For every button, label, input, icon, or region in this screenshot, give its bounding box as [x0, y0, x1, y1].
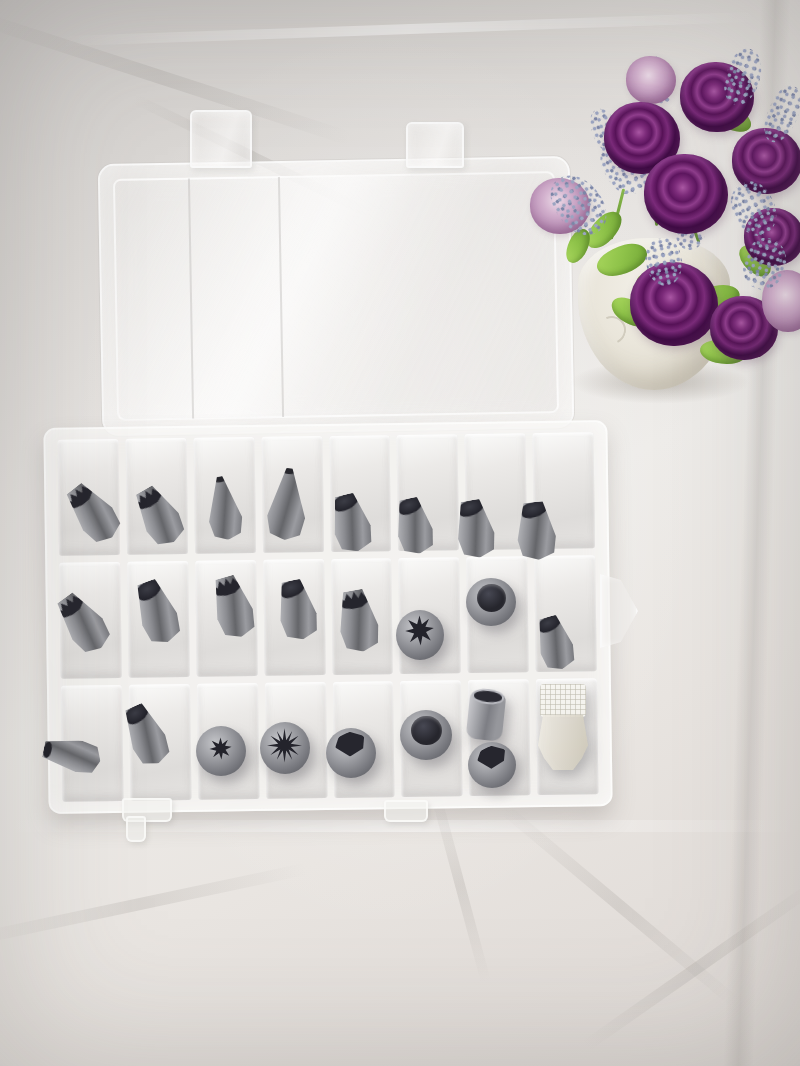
coupler-ribbed-top — [540, 684, 586, 717]
hinge-tab — [126, 816, 146, 842]
tip-opening — [267, 728, 302, 762]
tip-opening — [477, 584, 506, 612]
piping-tip — [466, 690, 507, 742]
piping-tip — [326, 728, 376, 778]
fabric-crease — [0, 9, 352, 146]
photo-canvas — [0, 0, 800, 1066]
piping-tip — [400, 710, 452, 760]
hinge-tab — [384, 800, 428, 822]
lid-clasp-tab — [190, 110, 252, 168]
piping-tip — [260, 722, 310, 774]
tip-opening — [411, 716, 441, 745]
tip-opening — [332, 728, 369, 761]
plastic-coupler — [538, 684, 588, 770]
box-latch — [600, 574, 638, 648]
fabric-crease — [582, 881, 800, 1051]
piping-tip — [466, 578, 516, 626]
tip-opening — [474, 742, 509, 772]
piping-tip — [468, 742, 516, 788]
lid-inner-panel — [113, 171, 559, 421]
piping-tip — [196, 726, 246, 776]
tip-opening — [209, 737, 232, 760]
piping-tip — [396, 610, 444, 660]
tip-opening — [405, 615, 435, 646]
lid-clasp-tab — [406, 122, 464, 168]
rose-bud — [626, 56, 676, 104]
fabric-crease — [429, 787, 490, 983]
coupler-body — [538, 715, 588, 770]
box-lid — [98, 156, 575, 436]
fabric-crease — [60, 12, 760, 46]
tip-opening — [42, 741, 53, 758]
fabric-crease — [501, 805, 739, 1007]
fabric-crease — [0, 863, 308, 945]
rose — [644, 154, 728, 234]
